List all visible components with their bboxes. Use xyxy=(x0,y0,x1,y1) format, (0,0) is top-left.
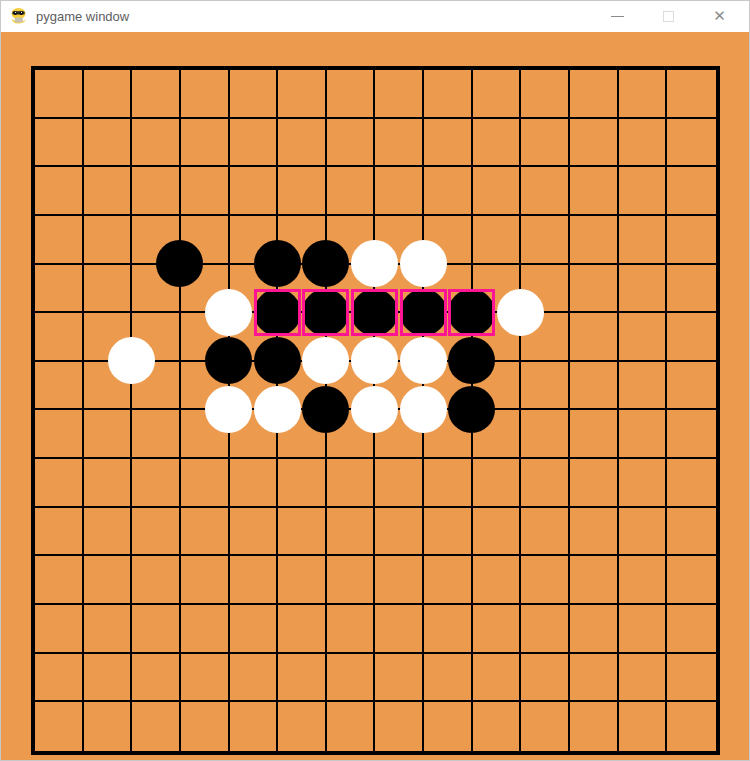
board-cell xyxy=(424,265,473,314)
board-cell xyxy=(473,362,522,411)
board-cell xyxy=(619,313,668,362)
board-cell xyxy=(278,216,327,265)
board-cell xyxy=(327,265,376,314)
board-cell xyxy=(424,119,473,168)
board-cell xyxy=(473,70,522,119)
board-cell xyxy=(424,362,473,411)
board-cell xyxy=(619,410,668,459)
board-cell xyxy=(278,313,327,362)
board-cell xyxy=(521,362,570,411)
board-cell xyxy=(35,410,84,459)
board-cell xyxy=(473,410,522,459)
board-cell xyxy=(424,410,473,459)
board-cell xyxy=(375,362,424,411)
board-cell xyxy=(84,654,133,703)
board-cell xyxy=(619,508,668,557)
board-cell xyxy=(424,702,473,751)
board-cell xyxy=(84,70,133,119)
pygame-snake-icon xyxy=(9,7,29,27)
board-cell xyxy=(375,216,424,265)
board-cell xyxy=(327,362,376,411)
board-cell xyxy=(570,459,619,508)
board-cell xyxy=(181,167,230,216)
board-cell xyxy=(570,556,619,605)
board-cell xyxy=(84,410,133,459)
board-cell xyxy=(521,216,570,265)
board-cell xyxy=(619,362,668,411)
board-cell xyxy=(521,556,570,605)
board-cell xyxy=(424,70,473,119)
board-cell xyxy=(375,265,424,314)
board-cell xyxy=(230,702,279,751)
board-cell xyxy=(327,605,376,654)
board-cell xyxy=(521,702,570,751)
pygame-window: pygame window ✕ xyxy=(0,0,750,761)
board-cell xyxy=(278,70,327,119)
board-cell xyxy=(521,70,570,119)
board-cell xyxy=(570,605,619,654)
board-cell xyxy=(424,605,473,654)
board-cell xyxy=(230,265,279,314)
board-cell xyxy=(375,70,424,119)
board-cell xyxy=(35,313,84,362)
board-cell xyxy=(132,410,181,459)
board-cell xyxy=(375,654,424,703)
close-icon: ✕ xyxy=(713,9,726,24)
board-cell xyxy=(473,508,522,557)
board-cell xyxy=(521,313,570,362)
maximize-button[interactable] xyxy=(643,1,694,32)
client-area xyxy=(1,32,749,760)
board-cell xyxy=(278,362,327,411)
board-cell xyxy=(619,265,668,314)
board-cell xyxy=(181,556,230,605)
board-cell xyxy=(230,119,279,168)
board-cell xyxy=(84,216,133,265)
board-cell xyxy=(570,265,619,314)
board-cell xyxy=(521,654,570,703)
board-cell xyxy=(132,362,181,411)
board-cell xyxy=(84,459,133,508)
minimize-button[interactable] xyxy=(592,1,643,32)
board-cell xyxy=(375,410,424,459)
board-cell xyxy=(619,167,668,216)
board-cell xyxy=(327,70,376,119)
board-cell xyxy=(570,119,619,168)
board-cell xyxy=(278,459,327,508)
board-cell xyxy=(667,362,716,411)
board-cell xyxy=(473,167,522,216)
board-cell xyxy=(375,556,424,605)
board-cell xyxy=(132,167,181,216)
board-cell xyxy=(181,508,230,557)
board-cell xyxy=(619,605,668,654)
close-button[interactable]: ✕ xyxy=(694,1,745,32)
board-cell xyxy=(181,654,230,703)
board-cell xyxy=(424,654,473,703)
board-cell xyxy=(619,216,668,265)
board-cell xyxy=(35,508,84,557)
board-cell xyxy=(230,459,279,508)
board-cell xyxy=(132,313,181,362)
gomoku-board[interactable] xyxy=(31,66,720,755)
board-cell xyxy=(424,313,473,362)
board-cell xyxy=(181,605,230,654)
board-cell xyxy=(424,216,473,265)
board-cell xyxy=(84,605,133,654)
board-cell xyxy=(473,654,522,703)
board-cell xyxy=(132,459,181,508)
board-cell xyxy=(181,265,230,314)
board-cell xyxy=(619,702,668,751)
board-cell xyxy=(230,167,279,216)
board-cell xyxy=(619,556,668,605)
board-cell xyxy=(375,313,424,362)
board-cell xyxy=(230,70,279,119)
board-cell xyxy=(181,410,230,459)
board-cell xyxy=(84,508,133,557)
board-cell xyxy=(521,410,570,459)
board-cell xyxy=(181,702,230,751)
board-cell xyxy=(327,654,376,703)
board-cell xyxy=(327,167,376,216)
board-cell xyxy=(278,556,327,605)
board-cell xyxy=(327,216,376,265)
board-cell xyxy=(35,216,84,265)
board-cell xyxy=(230,556,279,605)
board-cell xyxy=(375,605,424,654)
board-cell xyxy=(181,362,230,411)
board-cell xyxy=(132,265,181,314)
board-cell xyxy=(84,265,133,314)
board-cell xyxy=(132,216,181,265)
board-cell xyxy=(278,167,327,216)
board-cell xyxy=(375,508,424,557)
board-cell xyxy=(132,702,181,751)
board-cell xyxy=(132,70,181,119)
board-cell xyxy=(619,70,668,119)
board-cell xyxy=(667,70,716,119)
board-cell xyxy=(667,654,716,703)
board-cell xyxy=(84,556,133,605)
board-cell xyxy=(132,605,181,654)
board-cell xyxy=(132,508,181,557)
board-cell xyxy=(35,556,84,605)
board-cell xyxy=(35,119,84,168)
board-cell xyxy=(473,605,522,654)
board-cell xyxy=(230,410,279,459)
board-cell xyxy=(619,654,668,703)
board-cell xyxy=(35,605,84,654)
board-cell xyxy=(84,702,133,751)
board-cell xyxy=(278,508,327,557)
board-cell xyxy=(667,556,716,605)
board-cell xyxy=(667,119,716,168)
board-cell xyxy=(84,167,133,216)
board-cell xyxy=(570,654,619,703)
board-cell xyxy=(667,167,716,216)
board-cell xyxy=(473,459,522,508)
board-cell xyxy=(375,459,424,508)
board-cell xyxy=(473,313,522,362)
board-cell xyxy=(230,313,279,362)
board-cell xyxy=(667,313,716,362)
board-cell xyxy=(278,702,327,751)
board-cell xyxy=(181,216,230,265)
board-cell xyxy=(132,654,181,703)
board-cell xyxy=(84,362,133,411)
board-cell xyxy=(424,556,473,605)
board-cell xyxy=(473,216,522,265)
board-cell xyxy=(181,70,230,119)
board-cell xyxy=(230,362,279,411)
board-cell xyxy=(667,605,716,654)
board-cell xyxy=(619,459,668,508)
minimize-icon xyxy=(611,16,624,17)
board-cell xyxy=(570,216,619,265)
board-cell xyxy=(375,702,424,751)
board-cell xyxy=(570,167,619,216)
board-cell xyxy=(473,119,522,168)
board-cell xyxy=(278,654,327,703)
board-cell xyxy=(278,119,327,168)
board-cell xyxy=(327,119,376,168)
board-cell xyxy=(667,265,716,314)
board-cell xyxy=(327,556,376,605)
titlebar[interactable]: pygame window ✕ xyxy=(1,1,749,32)
board-cell xyxy=(667,459,716,508)
board-cell xyxy=(278,410,327,459)
board-cell xyxy=(230,605,279,654)
board-cell xyxy=(667,702,716,751)
board-cell xyxy=(521,508,570,557)
board-cell xyxy=(570,70,619,119)
board-cell xyxy=(375,167,424,216)
board-cell xyxy=(570,313,619,362)
board-cell xyxy=(230,216,279,265)
board-cell xyxy=(35,459,84,508)
board-cell xyxy=(473,556,522,605)
board-cell xyxy=(521,265,570,314)
board-cell xyxy=(35,654,84,703)
board-cell xyxy=(521,119,570,168)
board-cell xyxy=(132,119,181,168)
board-cell xyxy=(230,654,279,703)
board-cell xyxy=(84,119,133,168)
board-cell xyxy=(278,605,327,654)
board-cell xyxy=(570,362,619,411)
board-cell xyxy=(667,508,716,557)
board-cell xyxy=(35,70,84,119)
board-cell xyxy=(521,605,570,654)
board-cell xyxy=(327,459,376,508)
board-cell xyxy=(35,362,84,411)
board-cell xyxy=(424,459,473,508)
board-cell xyxy=(667,216,716,265)
board-cell xyxy=(181,459,230,508)
window-title: pygame window xyxy=(36,9,129,24)
window-controls: ✕ xyxy=(592,1,745,32)
board-cell xyxy=(132,556,181,605)
board-cell xyxy=(35,167,84,216)
board-cell xyxy=(327,410,376,459)
board-cell xyxy=(230,508,279,557)
board-cell xyxy=(521,459,570,508)
board-cell xyxy=(570,508,619,557)
board-cell xyxy=(327,508,376,557)
board-cell xyxy=(375,119,424,168)
board-cell xyxy=(35,265,84,314)
board-cell xyxy=(84,313,133,362)
board-cell xyxy=(181,119,230,168)
board-cell xyxy=(181,313,230,362)
board-cell xyxy=(327,313,376,362)
board-cell xyxy=(619,119,668,168)
board-cell xyxy=(570,410,619,459)
board-cell xyxy=(521,167,570,216)
board-cell xyxy=(473,702,522,751)
board-cell xyxy=(667,410,716,459)
board-cell xyxy=(424,508,473,557)
board-cell xyxy=(278,265,327,314)
board-cell xyxy=(35,702,84,751)
maximize-icon xyxy=(663,11,674,22)
board-cell xyxy=(570,702,619,751)
board-cell xyxy=(473,265,522,314)
board-cell xyxy=(424,167,473,216)
board-cell xyxy=(327,702,376,751)
